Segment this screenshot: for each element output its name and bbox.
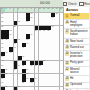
clue-text: Southwestern Indian (70, 30, 89, 37)
cell-number: 55 (22, 65, 24, 67)
cell-number: 8 (31, 8, 32, 10)
cell-number: 56 (31, 65, 33, 67)
cell-number: 36 (5, 39, 7, 41)
check-button-label: Check (68, 2, 77, 6)
clue-number-badge: 19 (65, 46, 69, 49)
cell-number: 35 (1, 39, 3, 41)
cell-number: 28 (10, 30, 12, 32)
cell-number: 70 (5, 86, 7, 88)
clue-number-badge: 17 (65, 30, 69, 33)
cell-number: 53 (1, 65, 3, 67)
crossword-grid-area: 1234567891011121314151617181920212223242… (0, 7, 63, 90)
cell-number: 69 (31, 82, 33, 84)
cell-number: 11 (43, 8, 45, 10)
cell-number: 12 (47, 8, 49, 10)
cell-number: 71 (18, 86, 20, 88)
clue-number-badge: 23 (65, 77, 69, 80)
cell-number: 64 (1, 78, 3, 80)
cell-number: 34 (31, 34, 33, 36)
cell-number: 47 (1, 56, 3, 58)
cell-number: 68 (22, 82, 24, 84)
clue-text: Inventor's protection (70, 52, 89, 59)
cell-number: 30 (39, 30, 41, 32)
cell-number: 54 (18, 65, 20, 67)
clue-number-badge: 20 (65, 52, 69, 55)
cell-number: 5 (18, 8, 19, 10)
clue-panel: Across 1Turmoil16Hotel employee17Southwe… (63, 7, 90, 90)
cell-number: 31 (43, 30, 45, 32)
clue-item[interactable]: 20Inventor's protection (64, 51, 90, 60)
cell-number: 44 (22, 47, 24, 49)
clue-text: Rained out (70, 46, 89, 49)
top-toolbar: 00:00 ✓ Check ▪ Reveal (0, 0, 90, 7)
cell-number: 22 (1, 21, 3, 23)
cell-number: 20 (31, 17, 33, 19)
cell-number: 21 (51, 17, 53, 19)
cell-number: 38 (26, 39, 28, 41)
cell-number: 10 (39, 8, 41, 10)
clue-number-badge: 18 (65, 40, 69, 43)
cell-number: 6 (22, 8, 23, 10)
clue-item[interactable]: 25Less frequent (64, 89, 90, 90)
reveal-button-label: Reveal (84, 2, 90, 6)
clue-list-scrollbar[interactable] (89, 7, 90, 90)
check-icon: ✓ (63, 2, 68, 7)
cell-number: 40 (14, 43, 16, 45)
cell-number: 9 (35, 8, 36, 10)
cell-number: 49 (1, 60, 3, 62)
clue-number-badge: 21 (65, 61, 69, 64)
cell-number: 2 (5, 8, 6, 10)
clue-item[interactable]: 16Hotel employee (64, 20, 90, 29)
cell-number: 41 (26, 43, 28, 45)
cell-number: 33 (10, 34, 12, 36)
cell-number: 7 (26, 8, 27, 10)
cell-number: 16 (1, 13, 3, 15)
clue-text: Party goer (70, 61, 89, 64)
clue-number-badge: 1 (65, 14, 69, 17)
cell-number: 66 (35, 78, 37, 80)
cell-number: 43 (14, 47, 16, 49)
cell-number: 59 (5, 69, 7, 71)
cell-number: 60 (14, 69, 16, 71)
cell-number: 58 (39, 65, 41, 67)
cell-number: 14 (56, 8, 58, 10)
cell-number: 25 (1, 26, 3, 28)
clue-item[interactable]: 22Mineral source (64, 67, 90, 76)
cell-number: 13 (51, 8, 53, 10)
reveal-icon: ▪ (79, 2, 84, 7)
clue-item[interactable]: 17Southwestern Indian (64, 29, 90, 38)
cell-number: 63 (26, 73, 28, 75)
cell-number: 51 (26, 60, 28, 62)
cell-number: 26 (14, 26, 16, 28)
clue-text: Hit (70, 77, 89, 80)
clue-text: New hand (70, 40, 89, 43)
clue-list: 1Turmoil16Hotel employee17Southwestern I… (64, 13, 90, 90)
cell-number: 45 (5, 52, 7, 54)
clue-text: Hotel employee (70, 21, 89, 28)
cell-number: 65 (26, 78, 28, 80)
cell-number: 15 (60, 8, 62, 10)
cell-number: 18 (56, 13, 58, 15)
cell-number: 67 (1, 82, 3, 84)
crossword-grid: 1234567891011121314151617181920212223242… (0, 7, 63, 90)
cell-number: 19 (1, 17, 3, 19)
clue-text: Mineral source (70, 68, 89, 75)
toolbar-grid-section (0, 0, 63, 7)
cell-number: 46 (10, 52, 12, 54)
cell-number: 23 (18, 21, 20, 23)
cell-number: 61 (26, 69, 28, 71)
cell-number: 57 (35, 65, 37, 67)
cell-number: 50 (18, 60, 20, 62)
cell-number: 27 (51, 26, 53, 28)
cell-number: 3 (10, 8, 11, 10)
cell-number: 42 (1, 47, 3, 49)
cell-number: 1 (1, 8, 2, 10)
cell-number: 52 (43, 60, 45, 62)
cell-number: 4 (14, 8, 15, 10)
cell-number: 29 (35, 30, 37, 32)
clue-text: Turmoil (70, 14, 89, 17)
clue-number-badge: 16 (65, 21, 69, 24)
cell-number: 24 (26, 21, 28, 23)
clue-number-badge: 24 (65, 83, 69, 86)
cell-number: 32 (47, 30, 49, 32)
clue-number-badge: 22 (65, 68, 69, 71)
reveal-button[interactable]: ▪ Reveal (79, 2, 90, 7)
cell-number: 62 (5, 73, 7, 75)
cell-number: 17 (31, 13, 33, 15)
clue-text: Operated (70, 83, 89, 86)
check-button[interactable]: ✓ Check (63, 2, 77, 7)
cell-number: 39 (1, 43, 3, 45)
cell-number: 37 (18, 39, 20, 41)
cell-number: 48 (22, 56, 24, 58)
game-timer: 00:00 (40, 1, 50, 5)
